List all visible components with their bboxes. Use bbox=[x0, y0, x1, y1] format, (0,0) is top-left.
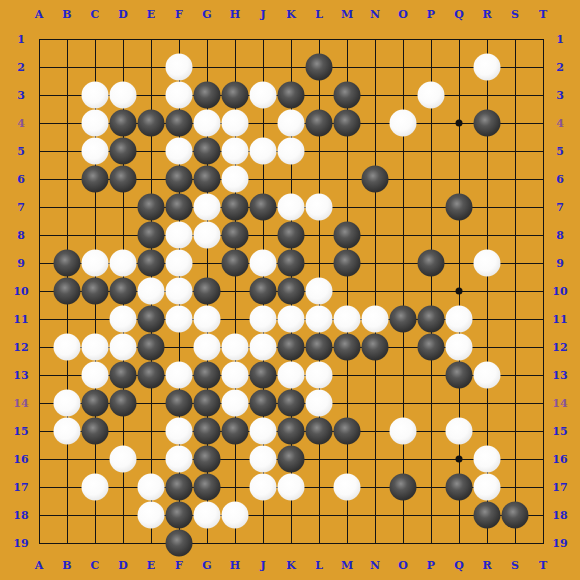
row-label-right-14: 14 bbox=[552, 398, 567, 409]
stone-white-Q11 bbox=[446, 306, 473, 333]
col-label-top-O: O bbox=[398, 9, 408, 20]
stone-white-L13 bbox=[306, 362, 333, 389]
stone-white-M17 bbox=[334, 474, 361, 501]
stone-black-N6 bbox=[362, 166, 389, 193]
row-label-left-8: 8 bbox=[17, 230, 25, 241]
row-label-right-19: 19 bbox=[552, 538, 567, 549]
stone-white-E18 bbox=[138, 502, 165, 529]
stone-black-D6 bbox=[110, 166, 137, 193]
stone-black-B10 bbox=[54, 278, 81, 305]
row-label-left-16: 16 bbox=[13, 454, 28, 465]
stone-white-B14 bbox=[54, 390, 81, 417]
col-label-top-K: K bbox=[286, 9, 296, 20]
stone-black-M4 bbox=[334, 110, 361, 137]
stone-black-J13 bbox=[250, 362, 277, 389]
stone-white-J11 bbox=[250, 306, 277, 333]
col-label-top-F: F bbox=[175, 9, 183, 20]
hoshi-Q16 bbox=[456, 456, 463, 463]
stone-white-F3 bbox=[166, 82, 193, 109]
stone-black-M9 bbox=[334, 250, 361, 277]
row-label-left-1: 1 bbox=[17, 34, 25, 45]
col-label-bottom-F: F bbox=[175, 560, 183, 571]
col-label-top-B: B bbox=[62, 9, 71, 20]
stone-white-D16 bbox=[110, 446, 137, 473]
stone-black-G10 bbox=[194, 278, 221, 305]
stone-white-P3 bbox=[418, 82, 445, 109]
col-label-bottom-S: S bbox=[511, 560, 519, 571]
stone-black-O17 bbox=[390, 474, 417, 501]
stone-white-G12 bbox=[194, 334, 221, 361]
stone-white-R9 bbox=[474, 250, 501, 277]
stone-black-S18 bbox=[502, 502, 529, 529]
stone-black-H15 bbox=[222, 418, 249, 445]
row-label-left-6: 6 bbox=[17, 174, 25, 185]
stone-white-K4 bbox=[278, 110, 305, 137]
stone-black-M8 bbox=[334, 222, 361, 249]
row-label-right-17: 17 bbox=[552, 482, 567, 493]
stone-black-D14 bbox=[110, 390, 137, 417]
stone-black-E9 bbox=[138, 250, 165, 277]
stone-black-G13 bbox=[194, 362, 221, 389]
stone-black-F4 bbox=[166, 110, 193, 137]
stone-white-J9 bbox=[250, 250, 277, 277]
stone-white-E10 bbox=[138, 278, 165, 305]
stone-black-L2 bbox=[306, 54, 333, 81]
stone-black-L4 bbox=[306, 110, 333, 137]
col-label-top-L: L bbox=[315, 9, 323, 20]
stone-black-P12 bbox=[418, 334, 445, 361]
stone-black-G17 bbox=[194, 474, 221, 501]
stone-black-G5 bbox=[194, 138, 221, 165]
stone-black-N12 bbox=[362, 334, 389, 361]
row-label-right-18: 18 bbox=[552, 510, 567, 521]
col-label-bottom-N: N bbox=[370, 560, 380, 571]
stone-black-G14 bbox=[194, 390, 221, 417]
col-label-bottom-D: D bbox=[118, 560, 128, 571]
grid-line-row-18 bbox=[39, 515, 544, 516]
stone-black-E11 bbox=[138, 306, 165, 333]
stone-black-E7 bbox=[138, 194, 165, 221]
stone-white-H18 bbox=[222, 502, 249, 529]
col-label-bottom-H: H bbox=[230, 560, 240, 571]
row-label-left-4: 4 bbox=[17, 118, 25, 129]
stone-white-F16 bbox=[166, 446, 193, 473]
col-label-top-P: P bbox=[427, 9, 435, 20]
stone-black-G15 bbox=[194, 418, 221, 445]
stone-black-K16 bbox=[278, 446, 305, 473]
col-label-top-T: T bbox=[539, 9, 547, 20]
stone-white-B12 bbox=[54, 334, 81, 361]
stone-black-C15 bbox=[82, 418, 109, 445]
stone-black-K12 bbox=[278, 334, 305, 361]
stone-black-G6 bbox=[194, 166, 221, 193]
col-label-bottom-J: J bbox=[260, 560, 265, 571]
stone-black-H7 bbox=[222, 194, 249, 221]
stone-black-E4 bbox=[138, 110, 165, 137]
stone-white-K7 bbox=[278, 194, 305, 221]
grid-line-col-T bbox=[543, 39, 544, 544]
stone-black-F17 bbox=[166, 474, 193, 501]
stone-white-K5 bbox=[278, 138, 305, 165]
stone-black-M15 bbox=[334, 418, 361, 445]
stone-white-R16 bbox=[474, 446, 501, 473]
stone-white-H4 bbox=[222, 110, 249, 137]
stone-white-G18 bbox=[194, 502, 221, 529]
row-label-right-8: 8 bbox=[556, 230, 564, 241]
stone-white-Q15 bbox=[446, 418, 473, 445]
stone-white-F15 bbox=[166, 418, 193, 445]
stone-white-C4 bbox=[82, 110, 109, 137]
row-label-left-18: 18 bbox=[13, 510, 28, 521]
stone-white-J15 bbox=[250, 418, 277, 445]
stone-black-K15 bbox=[278, 418, 305, 445]
stone-black-C14 bbox=[82, 390, 109, 417]
col-label-bottom-A: A bbox=[35, 560, 44, 571]
stone-white-N11 bbox=[362, 306, 389, 333]
stone-white-F11 bbox=[166, 306, 193, 333]
stone-white-O15 bbox=[390, 418, 417, 445]
row-label-left-3: 3 bbox=[17, 90, 25, 101]
stone-black-J7 bbox=[250, 194, 277, 221]
stone-white-L10 bbox=[306, 278, 333, 305]
row-label-left-19: 19 bbox=[13, 538, 28, 549]
stone-white-R13 bbox=[474, 362, 501, 389]
row-label-left-13: 13 bbox=[13, 370, 28, 381]
row-label-left-9: 9 bbox=[17, 258, 25, 269]
stone-black-L15 bbox=[306, 418, 333, 445]
stone-white-F10 bbox=[166, 278, 193, 305]
col-label-bottom-R: R bbox=[482, 560, 491, 571]
col-label-top-E: E bbox=[147, 9, 155, 20]
col-label-bottom-E: E bbox=[147, 560, 155, 571]
stone-white-J17 bbox=[250, 474, 277, 501]
col-label-top-Q: Q bbox=[454, 9, 464, 20]
row-label-left-12: 12 bbox=[13, 342, 28, 353]
stone-white-F13 bbox=[166, 362, 193, 389]
stone-white-O4 bbox=[390, 110, 417, 137]
stone-black-O11 bbox=[390, 306, 417, 333]
stone-black-K8 bbox=[278, 222, 305, 249]
stone-white-R2 bbox=[474, 54, 501, 81]
row-label-left-2: 2 bbox=[17, 62, 25, 73]
stone-white-C12 bbox=[82, 334, 109, 361]
col-label-top-J: J bbox=[260, 9, 265, 20]
col-label-bottom-G: G bbox=[202, 560, 211, 571]
row-label-right-16: 16 bbox=[552, 454, 567, 465]
row-label-right-9: 9 bbox=[556, 258, 564, 269]
stone-black-F14 bbox=[166, 390, 193, 417]
stone-white-J12 bbox=[250, 334, 277, 361]
col-label-top-N: N bbox=[370, 9, 380, 20]
stone-black-F19 bbox=[166, 530, 193, 557]
col-label-top-S: S bbox=[511, 9, 519, 20]
stone-white-H13 bbox=[222, 362, 249, 389]
stone-white-J3 bbox=[250, 82, 277, 109]
stone-white-G11 bbox=[194, 306, 221, 333]
stone-black-K3 bbox=[278, 82, 305, 109]
stone-black-J10 bbox=[250, 278, 277, 305]
hoshi-Q4 bbox=[456, 120, 463, 127]
col-label-bottom-O: O bbox=[398, 560, 408, 571]
stone-black-Q7 bbox=[446, 194, 473, 221]
row-label-right-1: 1 bbox=[556, 34, 564, 45]
stone-white-C9 bbox=[82, 250, 109, 277]
row-label-right-15: 15 bbox=[552, 426, 567, 437]
row-label-right-10: 10 bbox=[552, 286, 567, 297]
row-label-right-4: 4 bbox=[556, 118, 564, 129]
stone-black-P11 bbox=[418, 306, 445, 333]
stone-black-E8 bbox=[138, 222, 165, 249]
stone-black-K10 bbox=[278, 278, 305, 305]
stone-black-L12 bbox=[306, 334, 333, 361]
row-label-right-2: 2 bbox=[556, 62, 564, 73]
stone-black-E12 bbox=[138, 334, 165, 361]
stone-black-G16 bbox=[194, 446, 221, 473]
row-label-left-11: 11 bbox=[13, 314, 28, 325]
stone-white-G8 bbox=[194, 222, 221, 249]
stone-black-F18 bbox=[166, 502, 193, 529]
col-label-bottom-P: P bbox=[427, 560, 435, 571]
col-label-bottom-M: M bbox=[341, 560, 353, 571]
stone-black-E13 bbox=[138, 362, 165, 389]
stone-white-F2 bbox=[166, 54, 193, 81]
stone-white-K17 bbox=[278, 474, 305, 501]
stone-black-F6 bbox=[166, 166, 193, 193]
stone-black-H9 bbox=[222, 250, 249, 277]
stone-white-M11 bbox=[334, 306, 361, 333]
stone-white-L11 bbox=[306, 306, 333, 333]
col-label-bottom-B: B bbox=[62, 560, 71, 571]
row-label-right-3: 3 bbox=[556, 90, 564, 101]
stone-black-Q13 bbox=[446, 362, 473, 389]
row-label-right-6: 6 bbox=[556, 174, 564, 185]
col-label-top-A: A bbox=[35, 9, 44, 20]
col-label-top-R: R bbox=[482, 9, 491, 20]
col-label-top-G: G bbox=[202, 9, 211, 20]
col-label-bottom-Q: Q bbox=[454, 560, 464, 571]
stone-white-D3 bbox=[110, 82, 137, 109]
stone-black-H8 bbox=[222, 222, 249, 249]
go-board[interactable]: AA11BB22CC33DD44EE55FF66GG77HH88JJ99KK10… bbox=[0, 0, 580, 580]
stone-black-P9 bbox=[418, 250, 445, 277]
stone-white-H6 bbox=[222, 166, 249, 193]
stone-white-K13 bbox=[278, 362, 305, 389]
stone-white-D11 bbox=[110, 306, 137, 333]
stone-white-J5 bbox=[250, 138, 277, 165]
stone-black-Q17 bbox=[446, 474, 473, 501]
stone-white-J16 bbox=[250, 446, 277, 473]
stone-white-G7 bbox=[194, 194, 221, 221]
row-label-right-5: 5 bbox=[556, 146, 564, 157]
grid-line-col-P bbox=[431, 39, 432, 544]
stone-white-C3 bbox=[82, 82, 109, 109]
stone-white-D12 bbox=[110, 334, 137, 361]
row-label-left-7: 7 bbox=[17, 202, 25, 213]
stone-black-D13 bbox=[110, 362, 137, 389]
stone-black-M12 bbox=[334, 334, 361, 361]
stone-black-D10 bbox=[110, 278, 137, 305]
col-label-bottom-L: L bbox=[315, 560, 323, 571]
stone-white-C5 bbox=[82, 138, 109, 165]
row-label-left-17: 17 bbox=[13, 482, 28, 493]
stone-black-K14 bbox=[278, 390, 305, 417]
col-label-top-M: M bbox=[341, 9, 353, 20]
row-label-left-5: 5 bbox=[17, 146, 25, 157]
row-label-left-10: 10 bbox=[13, 286, 28, 297]
row-label-left-14: 14 bbox=[13, 398, 28, 409]
col-label-bottom-T: T bbox=[539, 560, 547, 571]
row-label-right-13: 13 bbox=[552, 370, 567, 381]
stone-white-G4 bbox=[194, 110, 221, 137]
stone-black-C6 bbox=[82, 166, 109, 193]
stone-black-B9 bbox=[54, 250, 81, 277]
col-label-top-C: C bbox=[91, 9, 100, 20]
stone-white-K11 bbox=[278, 306, 305, 333]
row-label-right-11: 11 bbox=[552, 314, 567, 325]
col-label-top-D: D bbox=[118, 9, 128, 20]
stone-white-H12 bbox=[222, 334, 249, 361]
stone-black-R4 bbox=[474, 110, 501, 137]
stone-black-F7 bbox=[166, 194, 193, 221]
grid-line-col-N bbox=[375, 39, 376, 544]
grid-line-col-S bbox=[515, 39, 516, 544]
stone-white-F5 bbox=[166, 138, 193, 165]
row-label-right-12: 12 bbox=[552, 342, 567, 353]
stone-black-C10 bbox=[82, 278, 109, 305]
grid-line-row-19 bbox=[39, 543, 544, 544]
stone-white-L14 bbox=[306, 390, 333, 417]
col-label-top-H: H bbox=[230, 9, 240, 20]
stone-white-L7 bbox=[306, 194, 333, 221]
stone-black-G3 bbox=[194, 82, 221, 109]
hoshi-Q10 bbox=[456, 288, 463, 295]
stone-black-H3 bbox=[222, 82, 249, 109]
col-label-bottom-C: C bbox=[91, 560, 100, 571]
row-label-right-7: 7 bbox=[556, 202, 564, 213]
stone-white-Q12 bbox=[446, 334, 473, 361]
stone-black-K9 bbox=[278, 250, 305, 277]
stone-black-M3 bbox=[334, 82, 361, 109]
stone-white-D9 bbox=[110, 250, 137, 277]
stone-white-F8 bbox=[166, 222, 193, 249]
stone-black-R18 bbox=[474, 502, 501, 529]
stone-white-B15 bbox=[54, 418, 81, 445]
stone-black-D5 bbox=[110, 138, 137, 165]
row-label-left-15: 15 bbox=[13, 426, 28, 437]
stone-white-R17 bbox=[474, 474, 501, 501]
stone-white-H14 bbox=[222, 390, 249, 417]
stone-white-E17 bbox=[138, 474, 165, 501]
stone-white-C13 bbox=[82, 362, 109, 389]
stone-white-C17 bbox=[82, 474, 109, 501]
stone-black-D4 bbox=[110, 110, 137, 137]
stone-white-F9 bbox=[166, 250, 193, 277]
stone-black-J14 bbox=[250, 390, 277, 417]
col-label-bottom-K: K bbox=[286, 560, 296, 571]
stone-white-H5 bbox=[222, 138, 249, 165]
